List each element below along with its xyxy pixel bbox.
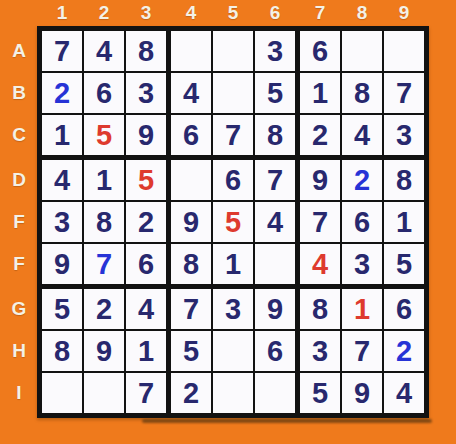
sudoku-box-6: 928761435 bbox=[300, 160, 424, 284]
sudoku-cell[interactable]: 5 bbox=[300, 373, 340, 413]
sudoku-cell[interactable]: 3 bbox=[342, 244, 382, 284]
row-label-7: G bbox=[4, 289, 34, 329]
sudoku-cell[interactable]: 6 bbox=[84, 73, 124, 113]
watermark-smudge bbox=[142, 419, 432, 423]
sudoku-cell[interactable]: 5 bbox=[126, 160, 166, 200]
column-label-4: 4 bbox=[171, 1, 211, 25]
sudoku-cell[interactable]: 4 bbox=[342, 115, 382, 155]
sudoku-box-8: 739562 bbox=[171, 289, 295, 413]
sudoku-cell[interactable] bbox=[342, 31, 382, 71]
sudoku-cell[interactable]: 7 bbox=[213, 115, 253, 155]
sudoku-cell[interactable]: 1 bbox=[126, 331, 166, 371]
sudoku-cell[interactable]: 5 bbox=[42, 289, 82, 329]
sudoku-cell[interactable]: 5 bbox=[171, 331, 211, 371]
sudoku-cell[interactable]: 4 bbox=[171, 73, 211, 113]
sudoku-cell[interactable]: 4 bbox=[126, 289, 166, 329]
sudoku-cell[interactable]: 7 bbox=[342, 331, 382, 371]
sudoku-cell[interactable]: 8 bbox=[342, 73, 382, 113]
row-label-8: H bbox=[4, 331, 34, 371]
sudoku-cell[interactable]: 2 bbox=[171, 373, 211, 413]
sudoku-cell[interactable] bbox=[255, 373, 295, 413]
sudoku-cell[interactable]: 7 bbox=[255, 160, 295, 200]
sudoku-cell[interactable]: 1 bbox=[42, 115, 82, 155]
column-label-3: 3 bbox=[126, 1, 166, 25]
sudoku-cell[interactable]: 1 bbox=[384, 202, 424, 242]
sudoku-cell[interactable]: 2 bbox=[342, 160, 382, 200]
sudoku-cell[interactable]: 9 bbox=[126, 115, 166, 155]
sudoku-stage: 7482631593456786187243415382976679548192… bbox=[0, 0, 456, 444]
sudoku-box-2: 345678 bbox=[171, 31, 295, 155]
row-label-6: F bbox=[4, 244, 34, 284]
row-label-5: F bbox=[4, 202, 34, 242]
sudoku-cell[interactable]: 6 bbox=[126, 244, 166, 284]
sudoku-cell[interactable]: 7 bbox=[126, 373, 166, 413]
sudoku-cell[interactable]: 4 bbox=[255, 202, 295, 242]
sudoku-cell[interactable]: 3 bbox=[255, 31, 295, 71]
sudoku-cell[interactable]: 5 bbox=[213, 202, 253, 242]
sudoku-cell[interactable]: 2 bbox=[126, 202, 166, 242]
sudoku-cell[interactable]: 9 bbox=[84, 331, 124, 371]
column-label-6: 6 bbox=[255, 1, 295, 25]
sudoku-cell[interactable] bbox=[213, 73, 253, 113]
column-label-2: 2 bbox=[84, 1, 124, 25]
sudoku-cell[interactable]: 3 bbox=[384, 115, 424, 155]
sudoku-cell[interactable]: 4 bbox=[384, 373, 424, 413]
sudoku-cell[interactable]: 6 bbox=[255, 331, 295, 371]
row-label-1: A bbox=[4, 31, 34, 71]
sudoku-cell[interactable] bbox=[213, 373, 253, 413]
sudoku-cell[interactable] bbox=[213, 331, 253, 371]
sudoku-cell[interactable]: 9 bbox=[171, 202, 211, 242]
sudoku-cell[interactable]: 7 bbox=[384, 73, 424, 113]
sudoku-cell[interactable]: 3 bbox=[213, 289, 253, 329]
sudoku-cell[interactable] bbox=[171, 160, 211, 200]
sudoku-cell[interactable]: 6 bbox=[342, 202, 382, 242]
sudoku-cell[interactable]: 8 bbox=[171, 244, 211, 284]
sudoku-cell[interactable]: 4 bbox=[84, 31, 124, 71]
row-label-9: I bbox=[4, 373, 34, 413]
sudoku-board: 7482631593456786187243415382976679548192… bbox=[37, 26, 429, 418]
column-label-1: 1 bbox=[42, 1, 82, 25]
sudoku-cell[interactable]: 2 bbox=[42, 73, 82, 113]
column-label-8: 8 bbox=[342, 1, 382, 25]
sudoku-cell[interactable]: 8 bbox=[384, 160, 424, 200]
sudoku-cell[interactable]: 6 bbox=[300, 31, 340, 71]
sudoku-cell[interactable]: 1 bbox=[213, 244, 253, 284]
sudoku-cell[interactable]: 7 bbox=[300, 202, 340, 242]
sudoku-cell[interactable] bbox=[171, 31, 211, 71]
row-label-4: D bbox=[4, 160, 34, 200]
sudoku-cell[interactable]: 1 bbox=[342, 289, 382, 329]
sudoku-cell[interactable]: 5 bbox=[84, 115, 124, 155]
sudoku-cell[interactable] bbox=[213, 31, 253, 71]
sudoku-cell[interactable]: 2 bbox=[384, 331, 424, 371]
sudoku-cell[interactable]: 3 bbox=[300, 331, 340, 371]
sudoku-cell[interactable]: 7 bbox=[171, 289, 211, 329]
sudoku-cell[interactable]: 8 bbox=[126, 31, 166, 71]
sudoku-cell[interactable]: 1 bbox=[300, 73, 340, 113]
sudoku-cell[interactable]: 9 bbox=[342, 373, 382, 413]
sudoku-cell[interactable]: 8 bbox=[42, 331, 82, 371]
sudoku-cell[interactable] bbox=[384, 31, 424, 71]
sudoku-cell[interactable]: 4 bbox=[300, 244, 340, 284]
sudoku-box-5: 6795481 bbox=[171, 160, 295, 284]
sudoku-cell[interactable]: 5 bbox=[255, 73, 295, 113]
column-label-7: 7 bbox=[300, 1, 340, 25]
column-label-9: 9 bbox=[384, 1, 424, 25]
sudoku-box-4: 415382976 bbox=[42, 160, 166, 284]
sudoku-cell[interactable]: 1 bbox=[84, 160, 124, 200]
sudoku-cell[interactable]: 9 bbox=[300, 160, 340, 200]
sudoku-cell[interactable] bbox=[42, 373, 82, 413]
sudoku-box-9: 816372594 bbox=[300, 289, 424, 413]
sudoku-cell[interactable]: 6 bbox=[384, 289, 424, 329]
sudoku-cell[interactable]: 4 bbox=[42, 160, 82, 200]
sudoku-cell[interactable]: 8 bbox=[300, 289, 340, 329]
sudoku-cell[interactable]: 2 bbox=[300, 115, 340, 155]
sudoku-cell[interactable]: 6 bbox=[171, 115, 211, 155]
sudoku-cell[interactable]: 3 bbox=[126, 73, 166, 113]
row-label-2: B bbox=[4, 73, 34, 113]
sudoku-cell[interactable]: 7 bbox=[84, 244, 124, 284]
sudoku-box-1: 748263159 bbox=[42, 31, 166, 155]
sudoku-cell[interactable]: 8 bbox=[255, 115, 295, 155]
column-label-5: 5 bbox=[213, 1, 253, 25]
sudoku-cell[interactable] bbox=[84, 373, 124, 413]
sudoku-box-3: 6187243 bbox=[300, 31, 424, 155]
sudoku-cell[interactable]: 5 bbox=[384, 244, 424, 284]
sudoku-cell[interactable]: 2 bbox=[84, 289, 124, 329]
sudoku-cell[interactable]: 3 bbox=[42, 202, 82, 242]
sudoku-cell[interactable]: 8 bbox=[84, 202, 124, 242]
sudoku-cell[interactable]: 9 bbox=[255, 289, 295, 329]
sudoku-cell[interactable]: 6 bbox=[213, 160, 253, 200]
sudoku-box-7: 5248917 bbox=[42, 289, 166, 413]
sudoku-cell[interactable]: 7 bbox=[42, 31, 82, 71]
row-label-3: C bbox=[4, 115, 34, 155]
sudoku-cell[interactable]: 9 bbox=[42, 244, 82, 284]
sudoku-cell[interactable] bbox=[255, 244, 295, 284]
